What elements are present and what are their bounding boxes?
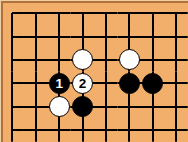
go-board: 12 bbox=[1, 1, 188, 142]
black-stone bbox=[142, 73, 163, 94]
white-stone bbox=[49, 96, 70, 117]
move-1-black-stone: 1 bbox=[49, 73, 70, 94]
black-stone bbox=[119, 73, 140, 94]
stones-layer: 12 bbox=[1, 2, 188, 142]
move-2-white-stone: 2 bbox=[72, 73, 93, 94]
white-stone bbox=[72, 49, 93, 70]
black-stone bbox=[72, 96, 93, 117]
go-diagram: 12 bbox=[0, 0, 188, 142]
white-stone bbox=[119, 49, 140, 70]
